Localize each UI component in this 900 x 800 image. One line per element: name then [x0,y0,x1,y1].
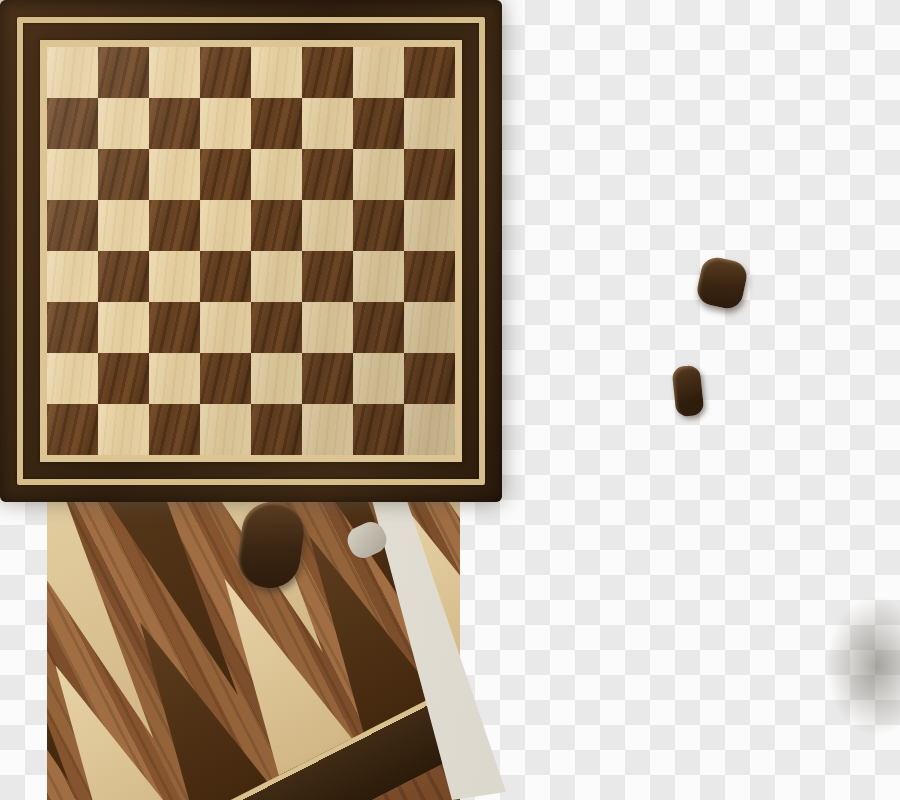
chess-board-square [353,353,404,404]
chess-board-square [353,404,404,455]
chess-board-square [353,251,404,302]
chess-board-square [149,98,200,149]
chess-board-square [200,302,251,353]
chess-board-square [47,353,98,404]
chess-board-square [251,404,302,455]
chess-board-square [251,353,302,404]
chess-board-square [353,200,404,251]
chess-board-square [302,98,353,149]
chess-board-square [47,98,98,149]
chess-board-square [302,353,353,404]
chess-board-square [353,149,404,200]
chess-board-square [302,200,353,251]
chess-board-square [149,302,200,353]
chess-board-square [200,47,251,98]
tray-corner-post [671,365,704,418]
chess-board-square [98,302,149,353]
chess-board-square [149,149,200,200]
chess-board-square [47,200,98,251]
chess-board-square [404,302,455,353]
chess-board-square [404,353,455,404]
chess-board-square [251,47,302,98]
chess-board-square [353,98,404,149]
chess-board-square [404,251,455,302]
chess-board-square [98,353,149,404]
chess-board-squares [47,47,455,455]
chess-board-square [302,404,353,455]
chess-board-square [98,98,149,149]
chess-board-square [98,47,149,98]
chess-board-square [98,149,149,200]
chess-board-square [200,98,251,149]
maple-border [40,40,462,462]
chess-board-square [302,47,353,98]
chess-board-square [404,404,455,455]
chess-board-square [251,251,302,302]
chess-board-square [200,149,251,200]
chess-board-square [200,200,251,251]
chess-board-square [47,302,98,353]
chess-board-square [149,251,200,302]
chess-board-square [404,200,455,251]
product-photo-scene: ♛♚♜♟♞♝♝♟♛♞♚♟♟♜♟♟152514 [0,0,900,800]
chess-board-square [47,404,98,455]
chess-board-square [200,251,251,302]
chess-board-square [200,404,251,455]
chess-board-square [251,200,302,251]
chess-board-square [98,404,149,455]
chess-board-square [404,98,455,149]
chess-board-square [149,47,200,98]
chess-board-square [251,98,302,149]
board-corner-post [695,255,750,312]
chess-board-square [149,353,200,404]
chess-board-square [302,251,353,302]
chess-board-square [47,251,98,302]
chess-board-square [302,149,353,200]
chess-board-square [98,251,149,302]
chess-board [0,0,502,502]
drop-shadow [826,596,900,736]
chess-board-square [149,200,200,251]
chess-board-square [404,47,455,98]
chess-board-square [47,149,98,200]
chess-board-square [302,302,353,353]
chess-board-square [47,47,98,98]
chess-board-square [404,149,455,200]
chess-board-square [353,302,404,353]
chess-board-square [353,47,404,98]
chess-board-square [251,302,302,353]
chess-board-square [251,149,302,200]
chess-board-square [98,200,149,251]
chess-board-square [149,404,200,455]
chess-board-square [200,353,251,404]
